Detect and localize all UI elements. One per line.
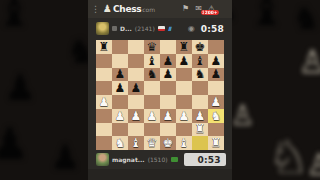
square-d6[interactable]: ♞ bbox=[144, 68, 160, 82]
chess-board: ♜♛♜♚♝♟♟♝♟♟♞♟♞♟♟♟♟♟♟♟♟♟♟♟♞♜♞♝♛♚♝♜ bbox=[96, 40, 224, 150]
square-h6[interactable]: ♟ bbox=[208, 68, 224, 82]
square-h4[interactable]: ♟ bbox=[208, 95, 224, 109]
black-pawn-h6: ♟ bbox=[211, 68, 222, 80]
square-b6[interactable]: ♟ bbox=[112, 68, 128, 82]
square-a3[interactable] bbox=[96, 109, 112, 123]
square-e7[interactable]: ♟ bbox=[160, 54, 176, 68]
square-g7[interactable]: ♝ bbox=[192, 54, 208, 68]
square-a4[interactable]: ♟ bbox=[96, 95, 112, 109]
game-mode-icon: ◉ bbox=[188, 25, 195, 33]
black-pawn-c5: ♟ bbox=[131, 82, 142, 94]
black-bishop-d7: ♝ bbox=[147, 55, 158, 67]
white-queen-d1: ♛ bbox=[147, 137, 158, 149]
white-rook-g2: ♜ bbox=[195, 123, 206, 135]
screenshot-root: ♝♟♟♞♟♟♝♞♙♙♘♙ ⋮ ♟ Chess com ⚑ ✉ 3 ⚠ 200+ bbox=[0, 0, 320, 180]
white-knight-b1: ♞ bbox=[115, 137, 126, 149]
square-f3[interactable]: ♟ bbox=[176, 109, 192, 123]
background-piece: ♟ bbox=[4, 70, 36, 106]
white-bishop-f1: ♝ bbox=[179, 137, 190, 149]
black-knight-d6: ♞ bbox=[147, 68, 158, 80]
black-pawn-b5: ♟ bbox=[115, 82, 126, 94]
square-b4[interactable] bbox=[112, 95, 128, 109]
logo-suffix: com bbox=[142, 6, 155, 13]
friends-flag-icon[interactable]: ⚑ bbox=[182, 5, 189, 13]
square-g6[interactable]: ♞ bbox=[192, 68, 208, 82]
black-bishop-g7: ♝ bbox=[195, 55, 206, 67]
own-avatar[interactable] bbox=[96, 153, 109, 166]
opponent-username[interactable]: D... bbox=[120, 25, 132, 32]
opponent-country-flag bbox=[158, 26, 165, 31]
white-pawn-f3: ♟ bbox=[179, 110, 190, 122]
square-g3[interactable]: ♟ bbox=[192, 109, 208, 123]
background-piece: ♝ bbox=[0, 0, 32, 32]
square-e2[interactable] bbox=[160, 123, 176, 137]
square-f1[interactable]: ♝ bbox=[176, 136, 192, 150]
black-king-g8: ♚ bbox=[195, 41, 206, 53]
topbar-icons: ⚑ ✉ 3 ⚠ 200+ bbox=[182, 5, 215, 13]
square-c6[interactable] bbox=[128, 68, 144, 82]
messages-icon[interactable]: ✉ 3 bbox=[195, 5, 202, 13]
square-c1[interactable]: ♝ bbox=[128, 136, 144, 150]
opponent-flair-icon bbox=[112, 26, 117, 31]
white-pawn-b3: ♟ bbox=[115, 110, 126, 122]
opponent-player-row: D... (2141) II ◉ 0:58 bbox=[88, 19, 232, 38]
opponent-rating: (2141) bbox=[135, 25, 155, 32]
square-e5[interactable] bbox=[160, 81, 176, 95]
square-h1[interactable]: ♜ bbox=[208, 136, 224, 150]
black-pawn-b6: ♟ bbox=[115, 68, 126, 80]
menu-icon[interactable]: ⋮ bbox=[91, 4, 100, 14]
square-f8[interactable]: ♜ bbox=[176, 40, 192, 54]
square-f5[interactable] bbox=[176, 81, 192, 95]
square-a8[interactable]: ♜ bbox=[96, 40, 112, 54]
white-knight-h3: ♞ bbox=[211, 110, 222, 122]
square-h2[interactable] bbox=[208, 123, 224, 137]
square-a7[interactable] bbox=[96, 54, 112, 68]
black-pawn-e7: ♟ bbox=[163, 55, 174, 67]
white-pawn-c3: ♟ bbox=[131, 110, 142, 122]
square-h8[interactable] bbox=[208, 40, 224, 54]
square-c4[interactable] bbox=[128, 95, 144, 109]
black-rook-a8: ♜ bbox=[99, 41, 110, 53]
square-b3[interactable]: ♟ bbox=[112, 109, 128, 123]
square-a5[interactable] bbox=[96, 81, 112, 95]
square-f7[interactable]: ♟ bbox=[176, 54, 192, 68]
background-piece: ♙ bbox=[306, 150, 320, 180]
square-e6[interactable]: ♟ bbox=[160, 68, 176, 82]
white-pawn-a4: ♟ bbox=[99, 96, 110, 108]
square-a2[interactable] bbox=[96, 123, 112, 137]
square-c2[interactable] bbox=[128, 123, 144, 137]
square-c3[interactable]: ♟ bbox=[128, 109, 144, 123]
own-username[interactable]: magnat... bbox=[112, 156, 145, 163]
square-f6[interactable] bbox=[176, 68, 192, 82]
logo-pawn-icon: ♟ bbox=[103, 4, 112, 14]
black-queen-d8: ♛ bbox=[147, 41, 158, 53]
opponent-clock: 0:58 bbox=[201, 24, 224, 34]
square-d5[interactable] bbox=[144, 81, 160, 95]
background-piece: ♝ bbox=[248, 0, 286, 32]
background-piece: ♘ bbox=[268, 134, 309, 180]
square-e4[interactable] bbox=[160, 95, 176, 109]
background-piece: ♟ bbox=[50, 140, 80, 174]
square-c7[interactable] bbox=[128, 54, 144, 68]
square-a6[interactable] bbox=[96, 68, 112, 82]
opponent-premium-badge: II bbox=[168, 25, 170, 32]
square-e1[interactable]: ♚ bbox=[160, 136, 176, 150]
alerts-badge: 200+ bbox=[204, 10, 219, 15]
square-h3[interactable]: ♞ bbox=[208, 109, 224, 123]
black-rook-f8: ♜ bbox=[179, 41, 190, 53]
own-country-flag bbox=[171, 157, 178, 162]
square-b1[interactable]: ♞ bbox=[112, 136, 128, 150]
white-bishop-c1: ♝ bbox=[131, 137, 142, 149]
alerts-icon[interactable]: ⚠ 200+ bbox=[208, 5, 215, 13]
square-c5[interactable]: ♟ bbox=[128, 81, 144, 95]
white-pawn-d3: ♟ bbox=[147, 110, 158, 122]
square-e3[interactable]: ♟ bbox=[160, 109, 176, 123]
square-g1[interactable] bbox=[192, 136, 208, 150]
square-d3[interactable]: ♟ bbox=[144, 109, 160, 123]
square-a1[interactable] bbox=[96, 136, 112, 150]
square-g8[interactable]: ♚ bbox=[192, 40, 208, 54]
white-pawn-h4: ♟ bbox=[211, 96, 222, 108]
square-h5[interactable] bbox=[208, 81, 224, 95]
square-e8[interactable] bbox=[160, 40, 176, 54]
square-d1[interactable]: ♛ bbox=[144, 136, 160, 150]
square-d2[interactable] bbox=[144, 123, 160, 137]
app-top-bar: ⋮ ♟ Chess com ⚑ ✉ 3 ⚠ 200+ bbox=[88, 0, 232, 18]
background-piece: ♞ bbox=[292, 2, 320, 34]
background-piece: ♙ bbox=[298, 46, 320, 78]
bottom-panel bbox=[88, 169, 232, 180]
chess-app: ⋮ ♟ Chess com ⚑ ✉ 3 ⚠ 200+ bbox=[88, 0, 232, 180]
square-b2[interactable] bbox=[112, 123, 128, 137]
square-d7[interactable]: ♝ bbox=[144, 54, 160, 68]
square-g5[interactable] bbox=[192, 81, 208, 95]
square-f4[interactable] bbox=[176, 95, 192, 109]
square-g4[interactable] bbox=[192, 95, 208, 109]
black-knight-g6: ♞ bbox=[195, 68, 206, 80]
black-pawn-f7: ♟ bbox=[179, 55, 190, 67]
own-clock: 0:53 bbox=[184, 153, 226, 166]
background-piece: ♟ bbox=[0, 122, 29, 166]
square-c8[interactable] bbox=[128, 40, 144, 54]
square-g2[interactable]: ♜ bbox=[192, 123, 208, 137]
square-d8[interactable]: ♛ bbox=[144, 40, 160, 54]
square-b7[interactable] bbox=[112, 54, 128, 68]
logo-text: Chess bbox=[113, 4, 141, 14]
square-b8[interactable] bbox=[112, 40, 128, 54]
white-king-e1: ♚ bbox=[163, 137, 174, 149]
white-pawn-e3: ♟ bbox=[163, 110, 174, 122]
own-player-row: magnat... (1510) 0:53 bbox=[88, 150, 232, 169]
black-pawn-h7: ♟ bbox=[211, 55, 222, 67]
chesscom-logo[interactable]: ♟ Chess com bbox=[103, 4, 155, 14]
square-d4[interactable] bbox=[144, 95, 160, 109]
opponent-avatar[interactable] bbox=[96, 22, 109, 35]
square-f2[interactable] bbox=[176, 123, 192, 137]
own-rating: (1510) bbox=[148, 156, 168, 163]
background-piece: ♙ bbox=[230, 102, 255, 130]
square-b5[interactable]: ♟ bbox=[112, 81, 128, 95]
white-pawn-g3: ♟ bbox=[195, 110, 206, 122]
white-rook-h1: ♜ bbox=[211, 137, 222, 149]
square-h7[interactable]: ♟ bbox=[208, 54, 224, 68]
black-pawn-e6: ♟ bbox=[163, 68, 174, 80]
